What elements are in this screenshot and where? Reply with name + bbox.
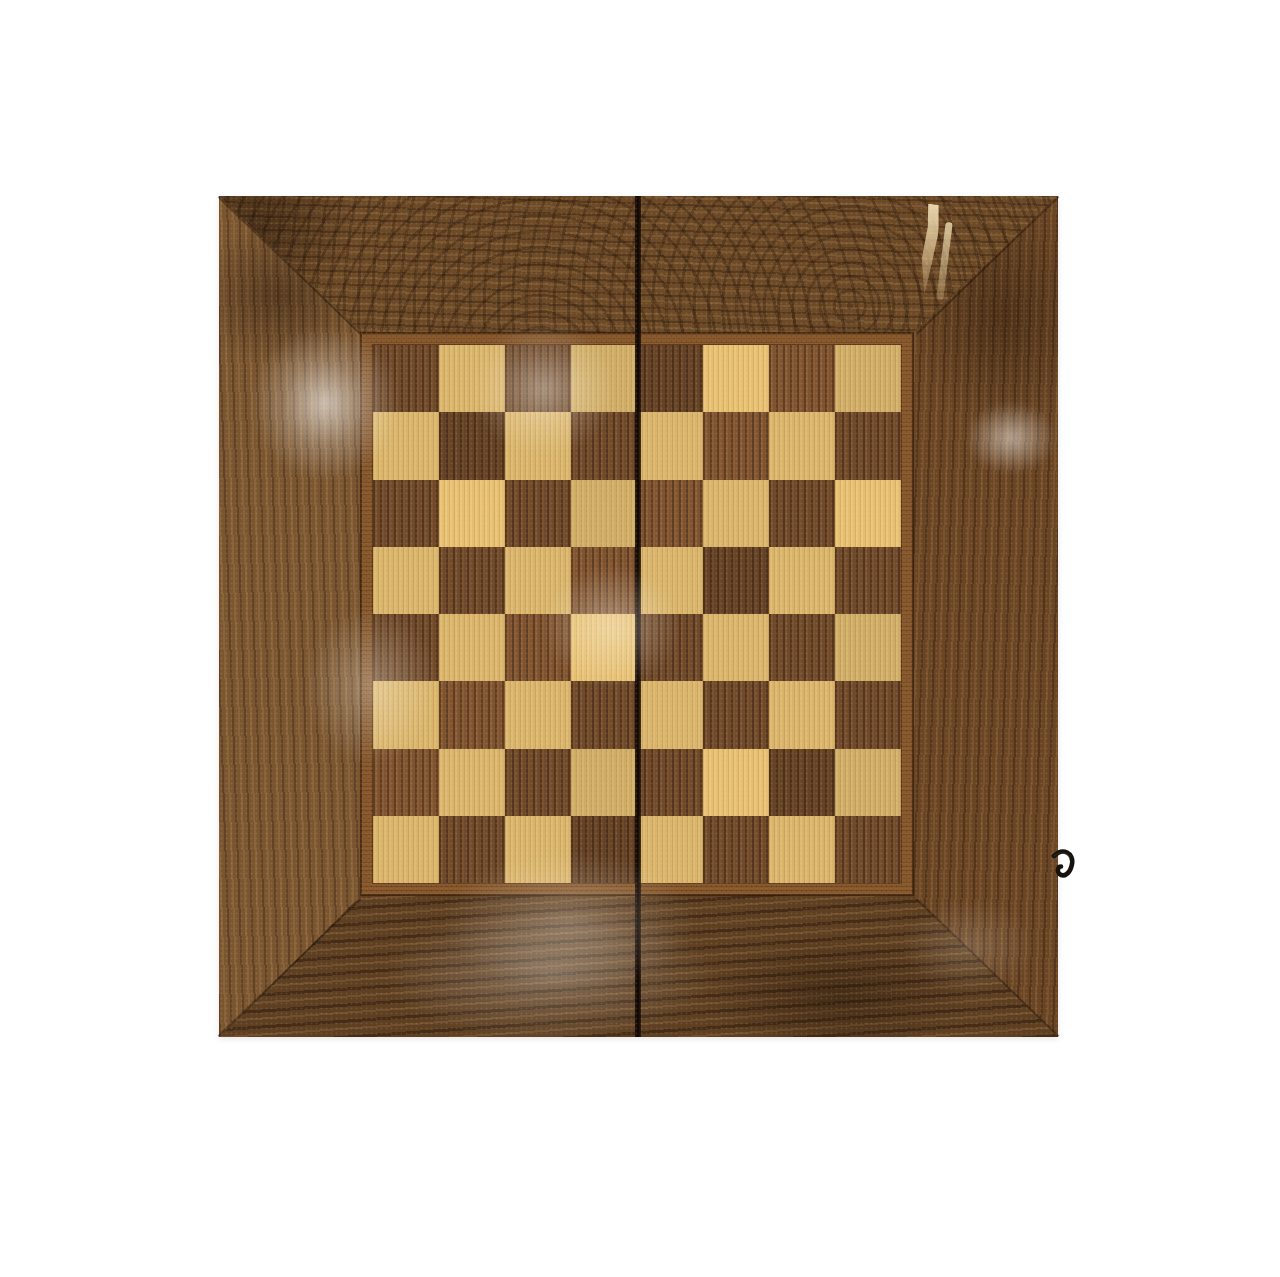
square-r5c6-light	[703, 614, 769, 681]
square-r5c4-light	[571, 614, 637, 681]
square-r4c3-light	[505, 547, 571, 614]
square-r5c1-dark	[373, 614, 439, 681]
square-r6c4-dark	[571, 681, 637, 748]
square-r4c7-light	[769, 547, 835, 614]
square-r5c5-dark	[637, 614, 703, 681]
square-r8c6-dark	[703, 816, 769, 883]
square-r2c6-dark	[703, 412, 769, 479]
miter-joint-bottom-left	[218, 898, 362, 1037]
veneer-blemish	[936, 222, 952, 300]
square-r6c2-dark	[439, 681, 505, 748]
square-r7c2-light	[439, 749, 505, 816]
square-r2c1-light	[373, 412, 439, 479]
square-r5c7-dark	[769, 614, 835, 681]
square-r3c2-light	[439, 480, 505, 547]
square-r2c3-light	[505, 412, 571, 479]
square-r4c2-dark	[439, 547, 505, 614]
miter-joint-top-left	[218, 196, 362, 335]
square-r4c4-dark	[571, 547, 637, 614]
square-r7c5-dark	[637, 749, 703, 816]
square-r3c7-dark	[769, 480, 835, 547]
clasp-hook-icon	[1051, 848, 1079, 896]
square-r6c8-dark	[835, 681, 901, 748]
board-border-right	[913, 196, 1058, 1037]
square-r8c2-dark	[439, 816, 505, 883]
square-r1c7-dark	[769, 345, 835, 412]
square-r4c8-dark	[835, 547, 901, 614]
square-r1c5-dark	[637, 345, 703, 412]
board-border-left	[219, 196, 361, 1037]
square-r1c6-light	[703, 345, 769, 412]
square-r8c7-light	[769, 816, 835, 883]
square-r2c4-dark	[571, 412, 637, 479]
square-r5c2-light	[439, 614, 505, 681]
square-r3c3-dark	[505, 480, 571, 547]
square-r3c8-light	[835, 480, 901, 547]
square-r8c8-dark	[835, 816, 901, 883]
square-r4c5-light	[637, 547, 703, 614]
square-r3c1-dark	[373, 480, 439, 547]
miter-joint-top-right	[916, 196, 1060, 335]
square-r8c5-light	[637, 816, 703, 883]
square-r2c8-dark	[835, 412, 901, 479]
square-r2c2-dark	[439, 412, 505, 479]
square-r8c3-light	[505, 816, 571, 883]
square-r4c1-light	[373, 547, 439, 614]
square-r2c7-light	[769, 412, 835, 479]
miter-joint-bottom-right	[916, 898, 1060, 1037]
chess-board	[219, 196, 1058, 1037]
square-r8c4-dark	[571, 816, 637, 883]
square-r6c7-light	[769, 681, 835, 748]
square-r1c3-dark	[505, 345, 571, 412]
photo-background	[0, 0, 1280, 1277]
square-r2c5-light	[637, 412, 703, 479]
square-r3c5-dark	[637, 480, 703, 547]
veneer-blemish	[917, 203, 941, 296]
square-r8c1-light	[373, 816, 439, 883]
square-r6c3-light	[505, 681, 571, 748]
square-r6c1-light	[373, 681, 439, 748]
square-r6c6-dark	[703, 681, 769, 748]
square-r1c8-light	[835, 345, 901, 412]
square-r3c4-light	[571, 480, 637, 547]
hinge-seam	[635, 196, 641, 1037]
square-r3c6-light	[703, 480, 769, 547]
square-r7c1-dark	[373, 749, 439, 816]
glare-highlight	[884, 886, 1054, 1006]
square-r7c7-dark	[769, 749, 835, 816]
square-r1c1-dark	[373, 345, 439, 412]
square-r5c3-dark	[505, 614, 571, 681]
glare-highlight	[947, 388, 1075, 488]
square-r7c3-dark	[505, 749, 571, 816]
square-r1c2-light	[439, 345, 505, 412]
square-r7c6-light	[703, 749, 769, 816]
square-r6c5-light	[637, 681, 703, 748]
square-r5c8-light	[835, 614, 901, 681]
square-r7c8-light	[835, 749, 901, 816]
square-r4c6-dark	[703, 547, 769, 614]
square-r7c4-light	[571, 749, 637, 816]
square-r1c4-light	[571, 345, 637, 412]
